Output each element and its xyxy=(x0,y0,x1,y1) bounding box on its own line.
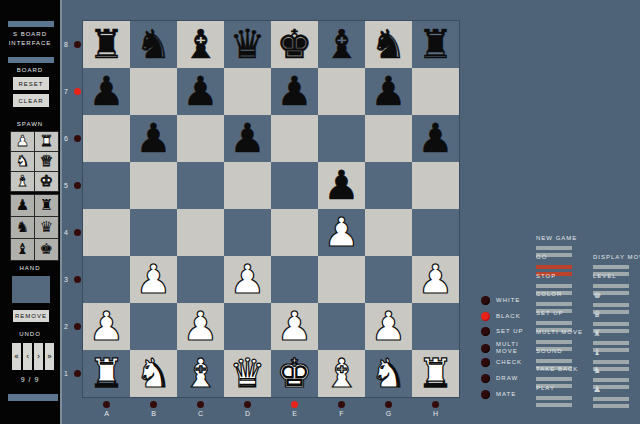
square-b7[interactable] xyxy=(130,68,177,115)
rank-row-5: 5 xyxy=(62,162,83,209)
left-sidebar: S BOARD INTERFACE BOARD RESET CLEAR SPAW… xyxy=(0,0,60,424)
square-e4[interactable] xyxy=(271,209,318,256)
rank-indicator-1 xyxy=(74,370,81,377)
black-bishop: ♝ xyxy=(324,21,360,68)
square-g5[interactable] xyxy=(365,162,412,209)
square-c3[interactable] xyxy=(177,256,224,303)
rank-label-3: 3 xyxy=(62,276,70,283)
led-mate xyxy=(481,390,490,399)
led-black xyxy=(481,312,490,321)
square-e3[interactable] xyxy=(271,256,318,303)
led-check xyxy=(481,358,490,367)
square-g3[interactable] xyxy=(365,256,412,303)
rank-label-4: 4 xyxy=(62,229,70,236)
undo-counter: 9 / 9 xyxy=(0,376,60,383)
spawn-black-queen[interactable]: ♛ xyxy=(35,217,58,238)
square-b4[interactable] xyxy=(130,209,177,256)
file-col-g: G xyxy=(365,401,412,417)
key-bar xyxy=(593,284,629,288)
undo-step-button[interactable]: ‹ xyxy=(23,343,32,370)
file-indicator-h xyxy=(432,401,439,408)
square-b1[interactable]: ♞ xyxy=(130,350,177,397)
square-f4[interactable]: ♟ xyxy=(318,209,365,256)
led-label: WHITE xyxy=(496,297,530,304)
square-a4[interactable] xyxy=(83,209,130,256)
square-d3[interactable]: ♟ xyxy=(224,256,271,303)
key-label: SOUND xyxy=(536,348,573,356)
file-label-c: C xyxy=(198,410,203,417)
file-col-h: H xyxy=(412,401,459,417)
rank-row-7: 7 xyxy=(62,68,83,115)
led-multi-move xyxy=(481,344,490,353)
square-d2[interactable] xyxy=(224,303,271,350)
square-c1[interactable]: ♝ xyxy=(177,350,224,397)
white-bishop: ♝ xyxy=(183,350,219,397)
square-e8[interactable]: ♚ xyxy=(271,21,318,68)
square-c4[interactable] xyxy=(177,209,224,256)
key-label: MULTI MOVE xyxy=(536,329,573,337)
square-c8[interactable]: ♝ xyxy=(177,21,224,68)
key-bar xyxy=(593,265,629,269)
knight-icon: ♞ xyxy=(593,366,630,375)
square-f8[interactable]: ♝ xyxy=(318,21,365,68)
redo-to-end-button[interactable]: » xyxy=(45,343,54,370)
rook-icon: ♜ xyxy=(593,329,630,338)
file-label-g: G xyxy=(386,410,391,417)
rank-indicator-6 xyxy=(74,135,81,142)
rank-indicator-5 xyxy=(74,182,81,189)
black-queen-icon: ♛ xyxy=(40,220,53,235)
rank-indicator-2 xyxy=(74,323,81,330)
bishop-icon: ♝ xyxy=(593,348,630,357)
white-rook-icon: ♜ xyxy=(40,134,53,149)
led-white xyxy=(481,296,490,305)
file-indicator-e xyxy=(291,401,298,408)
key-label: DISPLAY MOVE xyxy=(593,254,630,262)
file-col-f: F xyxy=(318,401,365,417)
black-pawn: ♟ xyxy=(418,115,454,162)
hand-section-heading: HAND xyxy=(0,265,60,271)
key-bar xyxy=(536,403,572,407)
file-label-f: F xyxy=(339,410,343,417)
white-pawn: ♟ xyxy=(418,256,454,303)
white-pawn: ♟ xyxy=(277,303,313,350)
spawn-black-knight[interactable]: ♞ xyxy=(11,217,34,238)
square-b3[interactable]: ♟ xyxy=(130,256,177,303)
file-indicator-c xyxy=(197,401,204,408)
key-label: COLOR xyxy=(536,291,573,299)
white-knight: ♞ xyxy=(136,350,172,397)
spawn-white-king[interactable]: ♚ xyxy=(35,172,58,191)
clear-button[interactable]: CLEAR xyxy=(13,94,49,107)
rank-row-3: 3 xyxy=(62,256,83,303)
led-row-draw: DRAW xyxy=(481,374,530,383)
file-col-e: E xyxy=(271,401,318,417)
led-draw xyxy=(481,374,490,383)
spawn-white-rook[interactable]: ♜ xyxy=(35,132,58,151)
king-icon: ♚ xyxy=(593,291,630,300)
square-c5[interactable] xyxy=(177,162,224,209)
chess-computer-app: S BOARD INTERFACE BOARD RESET CLEAR SPAW… xyxy=(0,0,640,424)
rank-row-1: 1 xyxy=(62,350,83,397)
spawn-white-pawn[interactable]: ♟ xyxy=(11,132,34,151)
led-row-check: CHECK xyxy=(481,358,530,367)
square-a6[interactable] xyxy=(83,115,130,162)
square-c2[interactable]: ♟ xyxy=(177,303,224,350)
rank-label-8: 8 xyxy=(62,41,70,48)
square-f3[interactable] xyxy=(318,256,365,303)
square-g1[interactable]: ♞ xyxy=(365,350,412,397)
file-col-c: C xyxy=(177,401,224,417)
key-label: TAKE BACK xyxy=(536,366,573,374)
square-g4[interactable] xyxy=(365,209,412,256)
key-label: STOP xyxy=(536,273,573,281)
file-label-h: H xyxy=(433,410,438,417)
square-e5[interactable] xyxy=(271,162,318,209)
file-indicator-a xyxy=(103,401,110,408)
key-bar xyxy=(536,359,572,363)
black-knight: ♞ xyxy=(371,21,407,68)
key-bar xyxy=(593,341,629,345)
square-d8[interactable]: ♛ xyxy=(224,21,271,68)
led-label: CHECK xyxy=(496,359,530,366)
reset-button[interactable]: RESET xyxy=(13,77,49,90)
file-indicator-d xyxy=(244,401,251,408)
led-row-black: BLACK xyxy=(481,312,530,321)
led-row-white: WHITE xyxy=(481,296,530,305)
square-d5[interactable] xyxy=(224,162,271,209)
rank-row-4: 4 xyxy=(62,209,83,256)
white-king: ♚ xyxy=(277,350,313,397)
led-label: DRAW xyxy=(496,375,530,382)
title-divider-bottom xyxy=(8,57,54,63)
white-pawn: ♟ xyxy=(183,303,219,350)
rank-indicator-4 xyxy=(74,229,81,236)
square-f1[interactable]: ♝ xyxy=(318,350,365,397)
black-pawn: ♟ xyxy=(183,68,219,115)
led-label: MATE xyxy=(496,391,530,398)
square-b2[interactable] xyxy=(130,303,177,350)
white-pawn: ♟ xyxy=(89,303,125,350)
key-bar xyxy=(536,340,572,344)
square-c7[interactable]: ♟ xyxy=(177,68,224,115)
black-knight-icon: ♞ xyxy=(16,220,29,235)
white-pawn-icon: ♟ xyxy=(16,134,29,149)
key-bar xyxy=(593,303,629,307)
rank-row-6: 6 xyxy=(62,115,83,162)
remove-button[interactable]: REMOVE xyxy=(13,310,49,322)
square-h2[interactable] xyxy=(412,303,459,350)
white-queen: ♛ xyxy=(230,350,266,397)
square-h3[interactable]: ♟ xyxy=(412,256,459,303)
white-pawn: ♟ xyxy=(136,256,172,303)
rank-indicator-8 xyxy=(74,41,81,48)
file-label-d: D xyxy=(245,410,250,417)
black-pawn: ♟ xyxy=(136,115,172,162)
square-f5[interactable]: ♟ xyxy=(318,162,365,209)
key-bar xyxy=(593,404,629,408)
file-label-b: B xyxy=(151,410,156,417)
square-e7[interactable]: ♟ xyxy=(271,68,318,115)
key-bar xyxy=(593,397,629,401)
square-d1[interactable]: ♛ xyxy=(224,350,271,397)
key-bar xyxy=(536,284,572,288)
square-e2[interactable]: ♟ xyxy=(271,303,318,350)
square-a1[interactable]: ♜ xyxy=(83,350,130,397)
rank-indicator-3 xyxy=(74,276,81,283)
key-bar xyxy=(536,246,572,250)
black-bishop: ♝ xyxy=(183,21,219,68)
rank-indicator-7 xyxy=(74,88,81,95)
square-h4[interactable] xyxy=(412,209,459,256)
spawn-white-queen[interactable]: ♛ xyxy=(35,152,58,171)
undo-to-start-button[interactable]: « xyxy=(12,343,21,370)
led-label: BLACK xyxy=(496,313,530,320)
black-bishop-icon: ♝ xyxy=(16,242,29,257)
key-bar xyxy=(593,360,629,364)
square-b5[interactable] xyxy=(130,162,177,209)
white-pawn: ♟ xyxy=(371,303,407,350)
rank-label-1: 1 xyxy=(62,370,70,377)
black-rook-icon: ♜ xyxy=(40,198,53,213)
spawn-black-pawn[interactable]: ♟ xyxy=(11,195,34,216)
file-label-e: E xyxy=(292,410,297,417)
square-h6[interactable]: ♟ xyxy=(412,115,459,162)
led-row-set-up: SET UP xyxy=(481,327,530,336)
undo-controls: «‹›» xyxy=(12,343,54,370)
square-e1[interactable]: ♚ xyxy=(271,350,318,397)
square-a3[interactable] xyxy=(83,256,130,303)
white-queen-icon: ♛ xyxy=(40,154,53,169)
square-a2[interactable]: ♟ xyxy=(83,303,130,350)
black-knight: ♞ xyxy=(136,21,172,68)
spawn-black-rook[interactable]: ♜ xyxy=(35,195,58,216)
spawn-palette-black: ♟♜♞♛♝♚ xyxy=(10,194,59,261)
square-h7[interactable] xyxy=(412,68,459,115)
square-g7[interactable]: ♟ xyxy=(365,68,412,115)
square-f2[interactable] xyxy=(318,303,365,350)
square-f6[interactable] xyxy=(318,115,365,162)
square-g2[interactable]: ♟ xyxy=(365,303,412,350)
rank-label-6: 6 xyxy=(62,135,70,142)
file-col-b: B xyxy=(130,401,177,417)
pawn-icon: ♟ xyxy=(593,385,630,394)
key-bar xyxy=(593,378,629,382)
led-row-mate: MATE xyxy=(481,390,530,399)
file-col-d: D xyxy=(224,401,271,417)
black-pawn: ♟ xyxy=(324,162,360,209)
white-knight-icon: ♞ xyxy=(16,154,29,169)
led-label: MULTI MOVE xyxy=(496,341,530,355)
black-rook: ♜ xyxy=(418,21,454,68)
led-label: SET UP xyxy=(496,328,530,335)
key-play[interactable]: PLAY xyxy=(536,385,573,407)
led-set-up xyxy=(481,327,490,336)
file-indicator-b xyxy=(150,401,157,408)
led-row-multi-move: MULTI MOVE xyxy=(481,341,530,355)
square-h5[interactable] xyxy=(412,162,459,209)
key-bar xyxy=(536,302,572,306)
key-label: NEW GAME xyxy=(536,235,573,243)
rank-row-8: 8 xyxy=(62,21,83,68)
queen-icon: ♛ xyxy=(593,310,630,319)
spawn-black-king[interactable]: ♚ xyxy=(35,239,58,260)
spawn-black-bishop[interactable]: ♝ xyxy=(11,239,34,260)
black-pawn: ♟ xyxy=(230,115,266,162)
square-b8[interactable]: ♞ xyxy=(130,21,177,68)
square-a5[interactable] xyxy=(83,162,130,209)
square-d4[interactable] xyxy=(224,209,271,256)
white-king-icon: ♚ xyxy=(40,174,53,189)
white-pawn: ♟ xyxy=(324,209,360,256)
spawn-palette-white: ♟♜♞♛♝♚ xyxy=(10,131,59,192)
key-bar xyxy=(536,396,572,400)
rank-row-2: 2 xyxy=(62,303,83,350)
white-bishop-icon: ♝ xyxy=(16,174,29,189)
file-indicator-g xyxy=(385,401,392,408)
black-pawn: ♟ xyxy=(371,68,407,115)
square-e6[interactable] xyxy=(271,115,318,162)
square-b6[interactable]: ♟ xyxy=(130,115,177,162)
black-king-icon: ♚ xyxy=(40,242,53,257)
spawn-section-heading: SPAWN xyxy=(0,121,60,127)
key-label: GO xyxy=(536,254,573,262)
black-queen: ♛ xyxy=(230,21,266,68)
square-d7[interactable] xyxy=(224,68,271,115)
file-indicator-f xyxy=(338,401,345,408)
spawn-white-bishop[interactable]: ♝ xyxy=(11,172,34,191)
title-divider-top xyxy=(8,21,54,27)
key-label: PLAY xyxy=(536,385,573,393)
square-g8[interactable]: ♞ xyxy=(365,21,412,68)
square-g6[interactable] xyxy=(365,115,412,162)
spawn-white-knight[interactable]: ♞ xyxy=(11,152,34,171)
square-a8[interactable]: ♜ xyxy=(83,21,130,68)
white-rook: ♜ xyxy=(418,350,454,397)
white-rook: ♜ xyxy=(89,350,125,397)
app-title-line1: S BOARD xyxy=(0,31,60,37)
app-title-line2: INTERFACE xyxy=(0,40,60,46)
black-pawn-icon: ♟ xyxy=(16,198,29,213)
square-f7[interactable] xyxy=(318,68,365,115)
key-bar xyxy=(536,321,572,325)
board: ♜♞♝♛♚♝♞♜♟♟♟♟♟♟♟♟♟♟♟♟♟♟♟♟♜♞♝♛♚♝♞♜ xyxy=(83,21,459,397)
board-section-heading: BOARD xyxy=(0,67,60,73)
file-label-a: A xyxy=(104,410,109,417)
white-pawn: ♟ xyxy=(230,256,266,303)
key-piece-pawn[interactable]: ♟ xyxy=(593,385,630,408)
key-label: LEVEL xyxy=(593,273,630,281)
square-c6[interactable] xyxy=(177,115,224,162)
key-label: SET UP xyxy=(536,310,573,318)
black-pawn: ♟ xyxy=(277,68,313,115)
white-bishop: ♝ xyxy=(324,350,360,397)
square-d6[interactable]: ♟ xyxy=(224,115,271,162)
sidebar-footer-bar xyxy=(8,394,58,401)
file-col-a: A xyxy=(83,401,130,417)
black-rook: ♜ xyxy=(89,21,125,68)
hand-slot[interactable] xyxy=(12,276,50,303)
square-h8[interactable]: ♜ xyxy=(412,21,459,68)
square-h1[interactable]: ♜ xyxy=(412,350,459,397)
rank-label-5: 5 xyxy=(62,182,70,189)
redo-step-button[interactable]: › xyxy=(34,343,43,370)
white-knight: ♞ xyxy=(371,350,407,397)
square-a7[interactable]: ♟ xyxy=(83,68,130,115)
key-bar xyxy=(593,322,629,326)
key-bar xyxy=(536,265,572,269)
rank-label-7: 7 xyxy=(62,88,70,95)
undo-section-heading: UNDO xyxy=(0,331,60,337)
black-king: ♚ xyxy=(277,21,313,68)
rank-label-2: 2 xyxy=(62,323,70,330)
black-pawn: ♟ xyxy=(89,68,125,115)
key-bar xyxy=(536,377,572,381)
